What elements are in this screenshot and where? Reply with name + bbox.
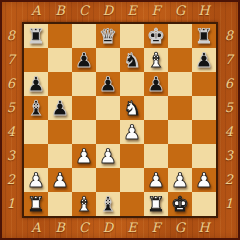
square-g5[interactable] xyxy=(168,96,192,120)
file-label-e: E xyxy=(120,1,144,21)
file-label-a: A xyxy=(24,218,48,238)
piece-white-pawn[interactable]: ♟ xyxy=(195,168,213,192)
square-e4[interactable]: ♟ xyxy=(120,120,144,144)
square-h6[interactable] xyxy=(192,72,216,96)
square-g1[interactable]: ♚ xyxy=(168,192,192,216)
square-f8[interactable]: ♚ xyxy=(144,24,168,48)
square-f4[interactable] xyxy=(144,120,168,144)
file-label-g: G xyxy=(168,1,192,21)
piece-white-pawn[interactable]: ♟ xyxy=(75,144,93,168)
square-d6[interactable]: ♟ xyxy=(96,72,120,96)
file-label-d: D xyxy=(96,218,120,238)
square-g7[interactable] xyxy=(168,48,192,72)
rank-label-4: 4 xyxy=(219,120,239,144)
square-e5[interactable]: ♞ xyxy=(120,96,144,120)
file-label-h: H xyxy=(192,218,216,238)
rank-label-8: 8 xyxy=(219,24,239,48)
piece-black-queen[interactable]: ♛ xyxy=(99,24,117,48)
square-d4[interactable] xyxy=(96,120,120,144)
rank-label-5: 5 xyxy=(219,96,239,120)
square-f1[interactable]: ♜ xyxy=(144,192,168,216)
rank-label-4: 4 xyxy=(1,120,21,144)
file-labels-bottom: ABCDEFGH xyxy=(24,218,216,238)
rank-labels-left: 87654321 xyxy=(1,24,21,216)
square-a7[interactable] xyxy=(24,48,48,72)
square-h4[interactable] xyxy=(192,120,216,144)
file-label-a: A xyxy=(24,1,48,21)
square-f2[interactable]: ♟ xyxy=(144,168,168,192)
rank-label-7: 7 xyxy=(1,48,21,72)
square-d7[interactable] xyxy=(96,48,120,72)
rank-label-1: 1 xyxy=(219,192,239,216)
rank-labels-right: 87654321 xyxy=(219,24,239,216)
square-h2[interactable]: ♟ xyxy=(192,168,216,192)
chess-board: ♜♛♚♜♟♞♝♟♟♟♟♝♟♞♟♟♟♟♟♟♟♟♜♝♝♜♚ xyxy=(22,22,218,218)
square-a3[interactable] xyxy=(24,144,48,168)
piece-black-rook[interactable]: ♜ xyxy=(195,24,213,48)
square-c2[interactable] xyxy=(72,168,96,192)
square-g3[interactable] xyxy=(168,144,192,168)
piece-black-knight[interactable]: ♞ xyxy=(123,48,141,72)
piece-black-pawn[interactable]: ♟ xyxy=(147,72,165,96)
square-e7[interactable]: ♞ xyxy=(120,48,144,72)
square-b4[interactable] xyxy=(48,120,72,144)
square-d2[interactable] xyxy=(96,168,120,192)
square-b7[interactable] xyxy=(48,48,72,72)
rank-label-2: 2 xyxy=(1,168,21,192)
piece-white-pawn[interactable]: ♟ xyxy=(51,168,69,192)
square-e3[interactable] xyxy=(120,144,144,168)
piece-white-rook[interactable]: ♜ xyxy=(27,192,45,216)
square-a2[interactable]: ♟ xyxy=(24,168,48,192)
piece-white-pawn[interactable]: ♟ xyxy=(123,120,141,144)
file-label-d: D xyxy=(96,1,120,21)
piece-white-pawn[interactable]: ♟ xyxy=(99,144,117,168)
square-a5[interactable]: ♝ xyxy=(24,96,48,120)
square-d8[interactable]: ♛ xyxy=(96,24,120,48)
rank-label-6: 6 xyxy=(219,72,239,96)
square-h7[interactable]: ♟ xyxy=(192,48,216,72)
square-e8[interactable] xyxy=(120,24,144,48)
square-f3[interactable] xyxy=(144,144,168,168)
square-h8[interactable]: ♜ xyxy=(192,24,216,48)
square-f7[interactable]: ♝ xyxy=(144,48,168,72)
piece-white-knight[interactable]: ♞ xyxy=(123,96,141,120)
file-label-b: B xyxy=(48,1,72,21)
square-g6[interactable] xyxy=(168,72,192,96)
square-g8[interactable] xyxy=(168,24,192,48)
square-f6[interactable]: ♟ xyxy=(144,72,168,96)
piece-white-rook[interactable]: ♜ xyxy=(147,192,165,216)
square-h1[interactable] xyxy=(192,192,216,216)
square-b2[interactable]: ♟ xyxy=(48,168,72,192)
square-a4[interactable] xyxy=(24,120,48,144)
rank-label-3: 3 xyxy=(1,144,21,168)
piece-white-bishop[interactable]: ♝ xyxy=(75,192,93,216)
square-e2[interactable] xyxy=(120,168,144,192)
piece-black-pawn[interactable]: ♟ xyxy=(27,72,45,96)
rank-label-3: 3 xyxy=(219,144,239,168)
file-label-c: C xyxy=(72,218,96,238)
rank-label-1: 1 xyxy=(1,192,21,216)
square-a8[interactable]: ♜ xyxy=(24,24,48,48)
square-e1[interactable] xyxy=(120,192,144,216)
piece-white-pawn[interactable]: ♟ xyxy=(147,168,165,192)
piece-black-bishop[interactable]: ♝ xyxy=(99,192,117,216)
piece-black-king[interactable]: ♚ xyxy=(147,24,165,48)
piece-white-bishop[interactable]: ♝ xyxy=(147,48,165,72)
square-b1[interactable] xyxy=(48,192,72,216)
square-f5[interactable] xyxy=(144,96,168,120)
square-b3[interactable] xyxy=(48,144,72,168)
square-c7[interactable]: ♟ xyxy=(72,48,96,72)
piece-white-king[interactable]: ♚ xyxy=(171,192,189,216)
file-label-f: F xyxy=(144,218,168,238)
square-a1[interactable]: ♜ xyxy=(24,192,48,216)
rank-label-2: 2 xyxy=(219,168,239,192)
square-b8[interactable] xyxy=(48,24,72,48)
square-c5[interactable] xyxy=(72,96,96,120)
piece-black-pawn[interactable]: ♟ xyxy=(195,48,213,72)
file-labels-top: ABCDEFGH xyxy=(24,1,216,21)
square-b6[interactable] xyxy=(48,72,72,96)
square-d1[interactable]: ♝ xyxy=(96,192,120,216)
rank-label-8: 8 xyxy=(1,24,21,48)
file-label-e: E xyxy=(120,218,144,238)
rank-label-6: 6 xyxy=(1,72,21,96)
rank-label-7: 7 xyxy=(219,48,239,72)
file-label-b: B xyxy=(48,218,72,238)
square-c8[interactable] xyxy=(72,24,96,48)
square-e6[interactable] xyxy=(120,72,144,96)
rank-label-5: 5 xyxy=(1,96,21,120)
piece-black-rook[interactable]: ♜ xyxy=(27,24,45,48)
square-c4[interactable] xyxy=(72,120,96,144)
piece-black-pawn[interactable]: ♟ xyxy=(51,96,69,120)
square-h3[interactable] xyxy=(192,144,216,168)
square-g4[interactable] xyxy=(168,120,192,144)
square-c3[interactable]: ♟ xyxy=(72,144,96,168)
square-h5[interactable] xyxy=(192,96,216,120)
square-g2[interactable]: ♟ xyxy=(168,168,192,192)
square-d3[interactable]: ♟ xyxy=(96,144,120,168)
file-label-g: G xyxy=(168,218,192,238)
square-c6[interactable] xyxy=(72,72,96,96)
file-label-c: C xyxy=(72,1,96,21)
file-label-f: F xyxy=(144,1,168,21)
piece-black-pawn[interactable]: ♟ xyxy=(99,72,117,96)
piece-white-pawn[interactable]: ♟ xyxy=(171,168,189,192)
square-b5[interactable]: ♟ xyxy=(48,96,72,120)
piece-white-pawn[interactable]: ♟ xyxy=(27,168,45,192)
piece-black-bishop[interactable]: ♝ xyxy=(27,96,45,120)
square-d5[interactable] xyxy=(96,96,120,120)
file-label-h: H xyxy=(192,1,216,21)
piece-black-pawn[interactable]: ♟ xyxy=(75,48,93,72)
square-c1[interactable]: ♝ xyxy=(72,192,96,216)
square-a6[interactable]: ♟ xyxy=(24,72,48,96)
